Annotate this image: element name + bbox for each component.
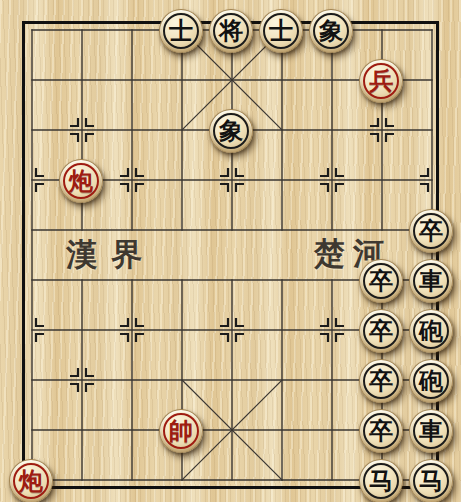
piece-character: 車 — [419, 269, 443, 294]
piece-character: 卒 — [419, 219, 443, 244]
red-cannon-piece[interactable]: 炮 — [59, 159, 103, 203]
black-soldier-piece[interactable]: 卒 — [359, 259, 403, 303]
red-cannon-piece[interactable]: 炮 — [9, 459, 53, 502]
piece-character: 車 — [419, 419, 443, 444]
piece-character: 卒 — [369, 419, 393, 444]
piece-character: 帥 — [169, 419, 193, 444]
black-advisor-piece[interactable]: 士 — [259, 9, 303, 53]
black-horse-piece[interactable]: 马 — [359, 459, 403, 502]
piece-character: 卒 — [369, 319, 393, 344]
black-chariot-piece[interactable]: 車 — [409, 259, 453, 303]
piece-character: 炮 — [19, 469, 43, 494]
black-elephant-piece[interactable]: 象 — [209, 109, 253, 153]
black-chariot-piece[interactable]: 車 — [409, 409, 453, 453]
piece-character: 象 — [319, 19, 343, 44]
black-cannon-piece[interactable]: 砲 — [409, 359, 453, 403]
piece-character: 马 — [419, 469, 443, 494]
black-cannon-piece[interactable]: 砲 — [409, 309, 453, 353]
red-general-piece[interactable]: 帥 — [159, 409, 203, 453]
piece-character: 卒 — [369, 369, 393, 394]
black-general-piece[interactable]: 将 — [209, 9, 253, 53]
piece-character: 砲 — [419, 369, 443, 394]
piece-character: 炮 — [69, 169, 93, 194]
black-soldier-piece[interactable]: 卒 — [359, 309, 403, 353]
black-horse-piece[interactable]: 马 — [409, 459, 453, 502]
piece-character: 士 — [169, 19, 193, 44]
black-soldier-piece[interactable]: 卒 — [359, 409, 403, 453]
piece-character: 象 — [219, 119, 243, 144]
piece-character: 马 — [369, 469, 393, 494]
red-soldier-piece[interactable]: 兵 — [359, 59, 403, 103]
river-label-left: 漢界 — [66, 239, 156, 270]
piece-character: 卒 — [369, 269, 393, 294]
xiangqi-board[interactable]: 漢界 楚河 士将士象兵象炮卒卒車卒砲卒砲帥卒車炮马马 — [0, 0, 461, 502]
piece-character: 兵 — [369, 69, 393, 94]
piece-character: 将 — [219, 19, 243, 44]
black-soldier-piece[interactable]: 卒 — [409, 209, 453, 253]
piece-character: 士 — [269, 19, 293, 44]
black-advisor-piece[interactable]: 士 — [159, 9, 203, 53]
piece-character: 砲 — [419, 319, 443, 344]
black-soldier-piece[interactable]: 卒 — [359, 359, 403, 403]
black-elephant-piece[interactable]: 象 — [309, 9, 353, 53]
